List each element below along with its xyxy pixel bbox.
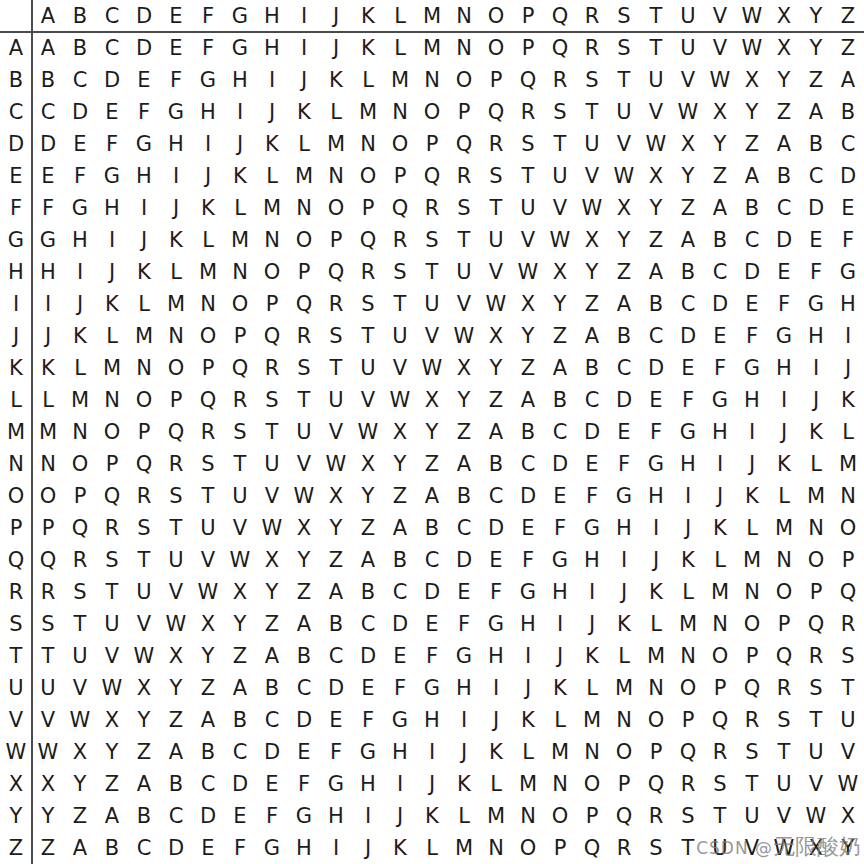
grid-cell-AV: V [704, 32, 736, 64]
grid-cell-GB: H [64, 224, 96, 256]
grid-cell-JT: C [640, 320, 672, 352]
grid-cell-WM: I [416, 736, 448, 768]
grid-cell-KJ: T [320, 352, 352, 384]
grid-cell-CL: N [384, 96, 416, 128]
row-header-H: H [0, 256, 32, 288]
grid-cell-OU: I [672, 480, 704, 512]
grid-cell-RM: D [416, 576, 448, 608]
grid-cell-YK: I [352, 800, 384, 832]
grid-cell-WZ: V [832, 736, 864, 768]
grid-cell-JC: L [96, 320, 128, 352]
grid-cell-EC: G [96, 160, 128, 192]
grid-cell-DR: U [576, 128, 608, 160]
grid-cell-MI: U [288, 416, 320, 448]
grid-cell-EU: Y [672, 160, 704, 192]
grid-cell-PN: C [448, 512, 480, 544]
row-header-B: B [0, 64, 32, 96]
grid-cell-JR: A [576, 320, 608, 352]
grid-cell-UP: J [512, 672, 544, 704]
grid-cell-YU: S [672, 800, 704, 832]
grid-cell-UV: P [704, 672, 736, 704]
grid-cell-HY: F [800, 256, 832, 288]
grid-cell-NL: Y [384, 448, 416, 480]
grid-cell-LJ: U [320, 384, 352, 416]
grid-cell-VC: X [96, 704, 128, 736]
grid-cell-XD: A [128, 768, 160, 800]
grid-cell-TT: M [640, 640, 672, 672]
grid-cell-XP: M [512, 768, 544, 800]
grid-cell-YX: V [768, 800, 800, 832]
grid-cell-QE: U [160, 544, 192, 576]
grid-cell-NG: T [224, 448, 256, 480]
grid-cell-CD: F [128, 96, 160, 128]
grid-cell-KI: S [288, 352, 320, 384]
grid-cell-VP: K [512, 704, 544, 736]
grid-cell-CO: Q [480, 96, 512, 128]
grid-cell-DW: Z [736, 128, 768, 160]
grid-cell-RS: J [608, 576, 640, 608]
grid-cell-NM: Z [416, 448, 448, 480]
grid-cell-ZV: U [704, 832, 736, 864]
grid-cell-DH: K [256, 128, 288, 160]
grid-cell-NQ: D [544, 448, 576, 480]
grid-cell-KU: E [672, 352, 704, 384]
grid-cell-OW: K [736, 480, 768, 512]
grid-cell-NT: G [640, 448, 672, 480]
grid-cell-HP: W [512, 256, 544, 288]
grid-cell-JZ: I [832, 320, 864, 352]
grid-cell-CW: Y [736, 96, 768, 128]
grid-cell-YI: G [288, 800, 320, 832]
grid-cell-ZJ: I [320, 832, 352, 864]
grid-cell-GV: B [704, 224, 736, 256]
grid-cell-XW: T [736, 768, 768, 800]
grid-cell-OA: O [32, 480, 64, 512]
grid-cell-YP: N [512, 800, 544, 832]
col-header-X: X [768, 0, 800, 32]
grid-cell-BX: Y [768, 64, 800, 96]
grid-cell-VS: N [608, 704, 640, 736]
col-header-M: M [416, 0, 448, 32]
grid-cell-YO: M [480, 800, 512, 832]
grid-cell-TF: Y [192, 640, 224, 672]
grid-cell-KG: Q [224, 352, 256, 384]
grid-cell-SN: F [448, 608, 480, 640]
grid-cell-VH: C [256, 704, 288, 736]
grid-cell-GE: K [160, 224, 192, 256]
grid-cell-SU: M [672, 608, 704, 640]
grid-cell-BS: T [608, 64, 640, 96]
grid-cell-PJ: Y [320, 512, 352, 544]
grid-cell-BV: W [704, 64, 736, 96]
grid-cell-ZP: O [512, 832, 544, 864]
grid-cell-AU: U [672, 32, 704, 64]
grid-cell-RH: Y [256, 576, 288, 608]
grid-cell-SZ: R [832, 608, 864, 640]
grid-cell-IV: D [704, 288, 736, 320]
grid-cell-BK: L [352, 64, 384, 96]
grid-cell-DN: Q [448, 128, 480, 160]
grid-cell-XY: V [800, 768, 832, 800]
grid-cell-HO: V [480, 256, 512, 288]
row-header-G: G [0, 224, 32, 256]
row-header-O: O [0, 480, 32, 512]
grid-cell-RA: R [32, 576, 64, 608]
grid-cell-BU: V [672, 64, 704, 96]
grid-cell-MN: Z [448, 416, 480, 448]
grid-cell-NN: A [448, 448, 480, 480]
grid-cell-EE: I [160, 160, 192, 192]
grid-cell-CY: A [800, 96, 832, 128]
grid-cell-SS: K [608, 608, 640, 640]
grid-cell-ZC: B [96, 832, 128, 864]
grid-cell-AO: O [480, 32, 512, 64]
grid-cell-WX: T [768, 736, 800, 768]
grid-cell-EJ: N [320, 160, 352, 192]
grid-cell-CN: P [448, 96, 480, 128]
grid-cell-YY: W [800, 800, 832, 832]
grid-cell-GA: G [32, 224, 64, 256]
grid-cell-HA: H [32, 256, 64, 288]
grid-cell-TR: K [576, 640, 608, 672]
grid-cell-ZH: G [256, 832, 288, 864]
grid-cell-LC: N [96, 384, 128, 416]
col-header-J: J [320, 0, 352, 32]
grid-cell-MA: M [32, 416, 64, 448]
grid-cell-VE: Z [160, 704, 192, 736]
grid-cell-SI: A [288, 608, 320, 640]
grid-cell-EV: Z [704, 160, 736, 192]
grid-cell-BM: N [416, 64, 448, 96]
grid-cell-TL: E [384, 640, 416, 672]
grid-cell-MH: T [256, 416, 288, 448]
grid-cell-OB: P [64, 480, 96, 512]
grid-cell-FX: C [768, 192, 800, 224]
grid-cell-GF: L [192, 224, 224, 256]
grid-cell-MO: A [480, 416, 512, 448]
grid-cell-AB: B [64, 32, 96, 64]
grid-cell-OO: C [480, 480, 512, 512]
grid-cell-SJ: B [320, 608, 352, 640]
grid-cell-FN: S [448, 192, 480, 224]
grid-cell-CM: O [416, 96, 448, 128]
grid-cell-YW: U [736, 800, 768, 832]
grid-cell-XZ: W [832, 768, 864, 800]
grid-cell-WB: X [64, 736, 96, 768]
grid-cell-SQ: I [544, 608, 576, 640]
grid-cell-SP: H [512, 608, 544, 640]
grid-cell-WY: U [800, 736, 832, 768]
grid-cell-JQ: Z [544, 320, 576, 352]
grid-cell-TX: Q [768, 640, 800, 672]
grid-cell-KR: B [576, 352, 608, 384]
grid-cell-ZF: E [192, 832, 224, 864]
grid-cell-JS: B [608, 320, 640, 352]
grid-cell-QH: X [256, 544, 288, 576]
grid-cell-XV: S [704, 768, 736, 800]
grid-cell-TE: X [160, 640, 192, 672]
grid-cell-ZW: V [736, 832, 768, 864]
grid-cell-XU: R [672, 768, 704, 800]
grid-cell-IU: C [672, 288, 704, 320]
grid-cell-MZ: L [832, 416, 864, 448]
grid-cell-XQ: N [544, 768, 576, 800]
grid-cell-ZL: K [384, 832, 416, 864]
grid-cell-NW: J [736, 448, 768, 480]
grid-cell-XH: E [256, 768, 288, 800]
grid-cell-FF: K [192, 192, 224, 224]
grid-cell-SX: P [768, 608, 800, 640]
grid-cell-FC: H [96, 192, 128, 224]
grid-cell-EH: L [256, 160, 288, 192]
col-header-A: A [32, 0, 64, 32]
grid-cell-FP: U [512, 192, 544, 224]
grid-cell-PX: M [768, 512, 800, 544]
grid-cell-ND: Q [128, 448, 160, 480]
grid-cell-DX: A [768, 128, 800, 160]
grid-cell-EO: S [480, 160, 512, 192]
grid-cell-JU: D [672, 320, 704, 352]
grid-cell-PB: Q [64, 512, 96, 544]
grid-cell-MD: P [128, 416, 160, 448]
grid-cell-DK: N [352, 128, 384, 160]
col-header-F: F [192, 0, 224, 32]
grid-cell-BC: D [96, 64, 128, 96]
grid-cell-KP: Z [512, 352, 544, 384]
grid-cell-FU: Z [672, 192, 704, 224]
grid-cell-HV: C [704, 256, 736, 288]
grid-cell-QX: N [768, 544, 800, 576]
grid-cell-VQ: L [544, 704, 576, 736]
grid-cell-DU: X [672, 128, 704, 160]
grid-cell-FE: J [160, 192, 192, 224]
grid-cell-KM: W [416, 352, 448, 384]
grid-cell-XI: F [288, 768, 320, 800]
grid-cell-UI: C [288, 672, 320, 704]
grid-cell-KH: R [256, 352, 288, 384]
grid-cell-GJ: P [320, 224, 352, 256]
grid-cell-UR: L [576, 672, 608, 704]
grid-cell-GM: S [416, 224, 448, 256]
grid-cell-YZ: X [832, 800, 864, 832]
grid-cell-FI: N [288, 192, 320, 224]
grid-cell-UU: O [672, 672, 704, 704]
grid-cell-WR: N [576, 736, 608, 768]
grid-cell-RL: C [384, 576, 416, 608]
grid-cell-WT: P [640, 736, 672, 768]
grid-cell-CB: D [64, 96, 96, 128]
grid-cell-IB: J [64, 288, 96, 320]
grid-cell-UY: S [800, 672, 832, 704]
grid-cell-QT: J [640, 544, 672, 576]
grid-cell-GC: I [96, 224, 128, 256]
grid-cell-RN: E [448, 576, 480, 608]
grid-cell-PL: A [384, 512, 416, 544]
grid-cell-DF: I [192, 128, 224, 160]
grid-cell-KT: D [640, 352, 672, 384]
grid-cell-VK: F [352, 704, 384, 736]
grid-cell-QB: R [64, 544, 96, 576]
grid-cell-VX: S [768, 704, 800, 736]
grid-cell-JY: H [800, 320, 832, 352]
grid-cell-TN: G [448, 640, 480, 672]
grid-cell-RB: S [64, 576, 96, 608]
grid-cell-ZY: X [800, 832, 832, 864]
grid-cell-PM: B [416, 512, 448, 544]
grid-cell-ZE: D [160, 832, 192, 864]
grid-cell-LI: T [288, 384, 320, 416]
grid-cell-KX: H [768, 352, 800, 384]
grid-cell-FS: X [608, 192, 640, 224]
grid-cell-XE: B [160, 768, 192, 800]
grid-cell-SH: Z [256, 608, 288, 640]
row-header-T: T [0, 640, 32, 672]
grid-cell-OY: M [800, 480, 832, 512]
grid-cell-QK: A [352, 544, 384, 576]
grid-cell-LP: A [512, 384, 544, 416]
grid-cell-KO: Y [480, 352, 512, 384]
grid-cell-BF: G [192, 64, 224, 96]
row-header-E: E [0, 160, 32, 192]
grid-cell-VM: H [416, 704, 448, 736]
grid-cell-WA: W [32, 736, 64, 768]
grid-cell-RY: P [800, 576, 832, 608]
grid-cell-XR: O [576, 768, 608, 800]
grid-cell-FT: Y [640, 192, 672, 224]
grid-cell-OZ: N [832, 480, 864, 512]
grid-cell-JV: E [704, 320, 736, 352]
grid-cell-RW: N [736, 576, 768, 608]
col-header-U: U [672, 0, 704, 32]
grid-cell-GQ: W [544, 224, 576, 256]
row-header-F: F [0, 192, 32, 224]
grid-cell-WW: S [736, 736, 768, 768]
grid-cell-GZ: F [832, 224, 864, 256]
row-header-A: A [0, 32, 32, 64]
grid-cell-BH: I [256, 64, 288, 96]
grid-cell-YA: Y [32, 800, 64, 832]
grid-cell-OV: J [704, 480, 736, 512]
grid-cell-WH: D [256, 736, 288, 768]
grid-cell-TS: L [608, 640, 640, 672]
grid-cell-VV: Q [704, 704, 736, 736]
grid-cell-IF: N [192, 288, 224, 320]
grid-cell-KN: X [448, 352, 480, 384]
grid-cell-AK: K [352, 32, 384, 64]
col-header-V: V [704, 0, 736, 32]
grid-cell-SW: O [736, 608, 768, 640]
grid-cell-BZ: A [832, 64, 864, 96]
row-header-U: U [0, 672, 32, 704]
grid-cell-AI: I [288, 32, 320, 64]
grid-cell-OR: F [576, 480, 608, 512]
grid-cell-SF: X [192, 608, 224, 640]
grid-cell-QU: K [672, 544, 704, 576]
grid-cell-AJ: J [320, 32, 352, 64]
grid-cell-CZ: B [832, 96, 864, 128]
grid-cell-DB: E [64, 128, 96, 160]
grid-cell-SL: D [384, 608, 416, 640]
grid-cell-QQ: G [544, 544, 576, 576]
grid-cell-OE: S [160, 480, 192, 512]
grid-cell-HE: L [160, 256, 192, 288]
grid-cell-WI: E [288, 736, 320, 768]
grid-cell-VN: I [448, 704, 480, 736]
grid-cell-RV: M [704, 576, 736, 608]
row-header-J: J [0, 320, 32, 352]
grid-cell-PU: J [672, 512, 704, 544]
grid-cell-LN: Y [448, 384, 480, 416]
grid-cell-QM: C [416, 544, 448, 576]
grid-cell-CP: R [512, 96, 544, 128]
grid-cell-RE: V [160, 576, 192, 608]
grid-cell-KW: G [736, 352, 768, 384]
col-header-N: N [448, 0, 480, 32]
grid-cell-MG: S [224, 416, 256, 448]
grid-cell-FO: T [480, 192, 512, 224]
grid-cell-FH: M [256, 192, 288, 224]
grid-cell-LL: W [384, 384, 416, 416]
grid-cell-TD: W [128, 640, 160, 672]
grid-cell-XT: Q [640, 768, 672, 800]
grid-cell-YL: J [384, 800, 416, 832]
grid-cell-KA: K [32, 352, 64, 384]
grid-cell-JF: O [192, 320, 224, 352]
corner-cell [0, 0, 32, 32]
grid-cell-MU: G [672, 416, 704, 448]
grid-cell-ZZ: Y [832, 832, 864, 864]
grid-cell-ME: Q [160, 416, 192, 448]
grid-cell-XO: L [480, 768, 512, 800]
grid-cell-MT: F [640, 416, 672, 448]
col-header-I: I [288, 0, 320, 32]
grid-cell-LX: I [768, 384, 800, 416]
grid-cell-LV: G [704, 384, 736, 416]
grid-cell-JD: M [128, 320, 160, 352]
grid-cell-NV: I [704, 448, 736, 480]
grid-cell-LM: X [416, 384, 448, 416]
grid-cell-ZO: N [480, 832, 512, 864]
grid-cell-SK: C [352, 608, 384, 640]
grid-cell-IX: F [768, 288, 800, 320]
grid-cell-IQ: Y [544, 288, 576, 320]
grid-cell-IR: Z [576, 288, 608, 320]
grid-cell-ZB: A [64, 832, 96, 864]
grid-cell-QC: S [96, 544, 128, 576]
grid-cell-HG: N [224, 256, 256, 288]
grid-cell-WS: O [608, 736, 640, 768]
grid-cell-IJ: R [320, 288, 352, 320]
grid-cell-FQ: V [544, 192, 576, 224]
grid-cell-FK: P [352, 192, 384, 224]
grid-cell-OL: Z [384, 480, 416, 512]
grid-cell-TQ: J [544, 640, 576, 672]
grid-cell-UD: X [128, 672, 160, 704]
grid-cell-II: Q [288, 288, 320, 320]
grid-cell-BJ: K [320, 64, 352, 96]
grid-cell-VI: D [288, 704, 320, 736]
grid-cell-HF: M [192, 256, 224, 288]
grid-cell-PQ: F [544, 512, 576, 544]
grid-cell-UO: I [480, 672, 512, 704]
grid-cell-ET: X [640, 160, 672, 192]
grid-cell-ZU: T [672, 832, 704, 864]
grid-cell-AC: C [96, 32, 128, 64]
vigenere-table: ABCDEFGHIJKLMNOPQRSTUVWXYZAABCDEFGHIJKLM… [0, 0, 864, 864]
grid-cell-IO: W [480, 288, 512, 320]
grid-cell-UQ: K [544, 672, 576, 704]
grid-cell-SA: S [32, 608, 64, 640]
